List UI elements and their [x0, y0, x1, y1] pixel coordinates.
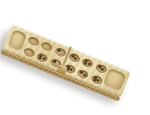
seed	[53, 59, 57, 63]
seed	[69, 68, 73, 72]
seed	[73, 56, 77, 60]
pit-r2-c1[interactable]	[23, 46, 36, 58]
seed	[87, 62, 91, 66]
seed	[100, 67, 104, 71]
pit-r1-c1[interactable]	[27, 35, 40, 47]
seed	[42, 57, 46, 61]
pit-r1-c6[interactable]	[95, 63, 108, 75]
seed	[96, 78, 100, 82]
pit-r1-c2[interactable]	[41, 41, 54, 53]
seed	[82, 73, 86, 77]
pit-r2-c5[interactable]	[77, 68, 90, 80]
photo-scene	[0, 0, 150, 115]
pit-r2-c2[interactable]	[36, 52, 49, 64]
seed	[57, 48, 61, 52]
pit-r1-c4[interactable]	[68, 52, 81, 64]
pit-r1-c5[interactable]	[81, 57, 94, 69]
seed	[93, 78, 97, 82]
pit-r2-c6[interactable]	[90, 74, 103, 86]
